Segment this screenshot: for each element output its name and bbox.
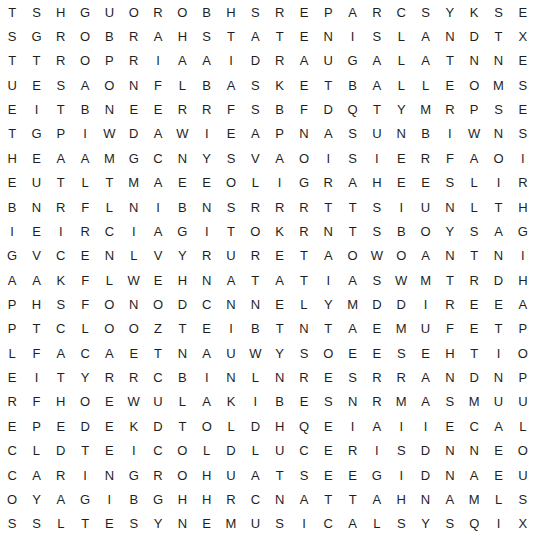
letter-cell-r16c2[interactable]: I (24, 365, 48, 389)
letter-cell-r4c6[interactable]: N (122, 73, 146, 97)
letter-cell-r13c22[interactable]: A (511, 292, 535, 316)
letter-cell-r20c9[interactable]: H (195, 463, 219, 487)
letter-cell-r22c14[interactable]: C (316, 512, 340, 536)
letter-cell-r6c15[interactable]: S (340, 122, 364, 146)
letter-cell-r21c13[interactable]: A (292, 487, 316, 511)
letter-cell-r10c15[interactable]: T (340, 219, 364, 243)
letter-cell-r5c6[interactable]: E (122, 97, 146, 121)
letter-cell-r11c8[interactable]: Y (170, 244, 194, 268)
letter-cell-r12c4[interactable]: F (73, 268, 97, 292)
letter-cell-r22c21[interactable]: I (486, 512, 510, 536)
letter-cell-r19c13[interactable]: C (292, 439, 316, 463)
letter-cell-r18c16[interactable]: A (365, 414, 389, 438)
letter-cell-r14c8[interactable]: T (170, 317, 194, 341)
letter-cell-r21c22[interactable]: S (511, 487, 535, 511)
letter-cell-r10c16[interactable]: S (365, 219, 389, 243)
letter-cell-r5c19[interactable]: R (438, 97, 462, 121)
letter-cell-r20c6[interactable]: G (122, 463, 146, 487)
letter-cell-r15c20[interactable]: T (462, 341, 486, 365)
letter-cell-r2c7[interactable]: A (146, 24, 170, 48)
letter-cell-r15c7[interactable]: T (146, 341, 170, 365)
letter-cell-r19c12[interactable]: U (268, 439, 292, 463)
letter-cell-r6c20[interactable]: W (462, 122, 486, 146)
letter-cell-r11c9[interactable]: R (195, 244, 219, 268)
letter-cell-r2c17[interactable]: L (389, 24, 413, 48)
letter-cell-r9c2[interactable]: N (24, 195, 48, 219)
letter-cell-r7c1[interactable]: H (0, 146, 24, 170)
letter-cell-r9c11[interactable]: R (243, 195, 267, 219)
letter-cell-r18c17[interactable]: I (389, 414, 413, 438)
letter-cell-r3c15[interactable]: G (340, 49, 364, 73)
letter-cell-r15c6[interactable]: E (122, 341, 146, 365)
letter-cell-r6c22[interactable]: S (511, 122, 535, 146)
letter-cell-r4c12[interactable]: K (268, 73, 292, 97)
letter-cell-r6c19[interactable]: I (438, 122, 462, 146)
letter-cell-r17c13[interactable]: E (292, 390, 316, 414)
letter-cell-r13c5[interactable]: O (97, 292, 121, 316)
letter-cell-r9c22[interactable]: H (511, 195, 535, 219)
letter-cell-r2c4[interactable]: O (73, 24, 97, 48)
letter-cell-r2c21[interactable]: T (486, 24, 510, 48)
letter-cell-r4c1[interactable]: U (0, 73, 24, 97)
letter-cell-r11c13[interactable]: T (292, 244, 316, 268)
letter-cell-r9c5[interactable]: L (97, 195, 121, 219)
letter-cell-r8c22[interactable]: R (511, 171, 535, 195)
letter-cell-r7c6[interactable]: G (122, 146, 146, 170)
letter-cell-r4c9[interactable]: B (195, 73, 219, 97)
letter-cell-r19c8[interactable]: O (170, 439, 194, 463)
letter-cell-r3c3[interactable]: R (49, 49, 73, 73)
letter-cell-r21c4[interactable]: G (73, 487, 97, 511)
letter-cell-r11c21[interactable]: N (486, 244, 510, 268)
letter-cell-r1c10[interactable]: H (219, 0, 243, 24)
letter-cell-r12c21[interactable]: D (486, 268, 510, 292)
letter-cell-r13c10[interactable]: N (219, 292, 243, 316)
letter-cell-r3c10[interactable]: I (219, 49, 243, 73)
letter-cell-r22c6[interactable]: S (122, 512, 146, 536)
letter-cell-r21c12[interactable]: N (268, 487, 292, 511)
letter-cell-r2c2[interactable]: G (24, 24, 48, 48)
letter-cell-r19c10[interactable]: D (219, 439, 243, 463)
letter-cell-r19c15[interactable]: R (340, 439, 364, 463)
letter-cell-r12c6[interactable]: W (122, 268, 146, 292)
letter-cell-r16c14[interactable]: E (316, 365, 340, 389)
letter-cell-r22c12[interactable]: S (268, 512, 292, 536)
letter-cell-r11c22[interactable]: I (511, 244, 535, 268)
letter-cell-r14c21[interactable]: T (486, 317, 510, 341)
letter-cell-r3c16[interactable]: A (365, 49, 389, 73)
letter-cell-r15c15[interactable]: E (340, 341, 364, 365)
letter-cell-r16c16[interactable]: R (365, 365, 389, 389)
letter-cell-r10c4[interactable]: R (73, 219, 97, 243)
letter-cell-r11c20[interactable]: T (462, 244, 486, 268)
letter-cell-r20c8[interactable]: O (170, 463, 194, 487)
letter-cell-r3c13[interactable]: A (292, 49, 316, 73)
letter-cell-r16c13[interactable]: R (292, 365, 316, 389)
letter-cell-r8c1[interactable]: E (0, 171, 24, 195)
letter-cell-r17c6[interactable]: W (122, 390, 146, 414)
letter-cell-r5c16[interactable]: T (365, 97, 389, 121)
letter-cell-r20c19[interactable]: N (438, 463, 462, 487)
letter-cell-r17c4[interactable]: O (73, 390, 97, 414)
letter-cell-r2c20[interactable]: D (462, 24, 486, 48)
letter-cell-r17c18[interactable]: A (413, 390, 437, 414)
letter-cell-r7c19[interactable]: F (438, 146, 462, 170)
letter-cell-r19c5[interactable]: E (97, 439, 121, 463)
letter-cell-r20c21[interactable]: E (486, 463, 510, 487)
letter-cell-r22c2[interactable]: S (24, 512, 48, 536)
letter-cell-r12c17[interactable]: W (389, 268, 413, 292)
letter-cell-r17c15[interactable]: N (340, 390, 364, 414)
letter-cell-r16c11[interactable]: L (243, 365, 267, 389)
letter-cell-r11c4[interactable]: E (73, 244, 97, 268)
letter-cell-r1c13[interactable]: E (292, 0, 316, 24)
letter-cell-r21c5[interactable]: I (97, 487, 121, 511)
letter-cell-r12c3[interactable]: K (49, 268, 73, 292)
letter-cell-r11c6[interactable]: L (122, 244, 146, 268)
letter-cell-r18c6[interactable]: K (122, 414, 146, 438)
letter-cell-r20c1[interactable]: C (0, 463, 24, 487)
letter-cell-r10c9[interactable]: I (195, 219, 219, 243)
letter-cell-r1c15[interactable]: A (340, 0, 364, 24)
letter-cell-r5c9[interactable]: R (195, 97, 219, 121)
letter-cell-r2c11[interactable]: A (243, 24, 267, 48)
letter-cell-r19c20[interactable]: N (462, 439, 486, 463)
letter-cell-r18c21[interactable]: A (486, 414, 510, 438)
letter-cell-r21c11[interactable]: C (243, 487, 267, 511)
letter-cell-r6c21[interactable]: N (486, 122, 510, 146)
letter-cell-r11c15[interactable]: O (340, 244, 364, 268)
letter-cell-r22c16[interactable]: L (365, 512, 389, 536)
letter-cell-r15c21[interactable]: I (486, 341, 510, 365)
letter-cell-r20c18[interactable]: D (413, 463, 437, 487)
letter-cell-r2c10[interactable]: T (219, 24, 243, 48)
letter-cell-r6c1[interactable]: T (0, 122, 24, 146)
letter-cell-r8c10[interactable]: O (219, 171, 243, 195)
letter-cell-r8c21[interactable]: I (486, 171, 510, 195)
letter-cell-r17c14[interactable]: S (316, 390, 340, 414)
letter-cell-r15c17[interactable]: S (389, 341, 413, 365)
letter-cell-r12c1[interactable]: A (0, 268, 24, 292)
letter-cell-r15c2[interactable]: F (24, 341, 48, 365)
letter-cell-r1c19[interactable]: Y (438, 0, 462, 24)
letter-cell-r7c4[interactable]: A (73, 146, 97, 170)
letter-cell-r18c13[interactable]: Q (292, 414, 316, 438)
letter-cell-r14c14[interactable]: T (316, 317, 340, 341)
letter-cell-r16c17[interactable]: R (389, 365, 413, 389)
letter-cell-r2c1[interactable]: S (0, 24, 24, 48)
letter-cell-r1c17[interactable]: C (389, 0, 413, 24)
letter-cell-r16c9[interactable]: I (195, 365, 219, 389)
letter-cell-r22c1[interactable]: S (0, 512, 24, 536)
letter-cell-r15c1[interactable]: L (0, 341, 24, 365)
letter-cell-r4c19[interactable]: E (438, 73, 462, 97)
letter-cell-r3c5[interactable]: P (97, 49, 121, 73)
letter-cell-r10c2[interactable]: E (24, 219, 48, 243)
letter-cell-r11c16[interactable]: W (365, 244, 389, 268)
letter-cell-r15c5[interactable]: A (97, 341, 121, 365)
letter-cell-r8c19[interactable]: S (438, 171, 462, 195)
letter-cell-r16c3[interactable]: T (49, 365, 73, 389)
letter-cell-r8c3[interactable]: T (49, 171, 73, 195)
letter-cell-r18c1[interactable]: E (0, 414, 24, 438)
letter-cell-r4c4[interactable]: A (73, 73, 97, 97)
letter-cell-r13c8[interactable]: D (170, 292, 194, 316)
letter-cell-r14c17[interactable]: M (389, 317, 413, 341)
letter-cell-r12c16[interactable]: S (365, 268, 389, 292)
letter-cell-r16c10[interactable]: N (219, 365, 243, 389)
letter-cell-r1c2[interactable]: S (24, 0, 48, 24)
letter-cell-r6c7[interactable]: A (146, 122, 170, 146)
letter-cell-r18c2[interactable]: P (24, 414, 48, 438)
letter-cell-r11c14[interactable]: A (316, 244, 340, 268)
letter-cell-r14c5[interactable]: O (97, 317, 121, 341)
letter-cell-r9c15[interactable]: T (340, 195, 364, 219)
letter-cell-r11c3[interactable]: C (49, 244, 73, 268)
letter-cell-r19c7[interactable]: C (146, 439, 170, 463)
letter-cell-r12c11[interactable]: T (243, 268, 267, 292)
letter-cell-r21c17[interactable]: H (389, 487, 413, 511)
letter-cell-r22c20[interactable]: Q (462, 512, 486, 536)
letter-cell-r19c1[interactable]: C (0, 439, 24, 463)
letter-cell-r22c10[interactable]: M (219, 512, 243, 536)
letter-cell-r19c17[interactable]: S (389, 439, 413, 463)
letter-cell-r22c15[interactable]: A (340, 512, 364, 536)
letter-cell-r3c21[interactable]: N (486, 49, 510, 73)
letter-cell-r6c6[interactable]: D (122, 122, 146, 146)
letter-cell-r19c11[interactable]: L (243, 439, 267, 463)
letter-cell-r7c11[interactable]: V (243, 146, 267, 170)
letter-cell-r1c20[interactable]: K (462, 0, 486, 24)
letter-cell-r14c4[interactable]: L (73, 317, 97, 341)
letter-cell-r20c5[interactable]: N (97, 463, 121, 487)
letter-cell-r21c19[interactable]: A (438, 487, 462, 511)
letter-cell-r4c16[interactable]: A (365, 73, 389, 97)
letter-cell-r12c15[interactable]: A (340, 268, 364, 292)
letter-cell-r9c3[interactable]: R (49, 195, 73, 219)
letter-cell-r2c19[interactable]: N (438, 24, 462, 48)
letter-cell-r13c2[interactable]: H (24, 292, 48, 316)
letter-cell-r14c6[interactable]: O (122, 317, 146, 341)
letter-cell-r10c14[interactable]: N (316, 219, 340, 243)
letter-cell-r1c11[interactable]: S (243, 0, 267, 24)
letter-cell-r3c12[interactable]: R (268, 49, 292, 73)
letter-cell-r8c7[interactable]: A (146, 171, 170, 195)
letter-cell-r10c13[interactable]: R (292, 219, 316, 243)
letter-cell-r18c10[interactable]: L (219, 414, 243, 438)
letter-cell-r4c15[interactable]: B (340, 73, 364, 97)
letter-cell-r14c19[interactable]: F (438, 317, 462, 341)
letter-cell-r2c9[interactable]: S (195, 24, 219, 48)
letter-cell-r1c4[interactable]: G (73, 0, 97, 24)
letter-cell-r19c4[interactable]: T (73, 439, 97, 463)
letter-cell-r19c16[interactable]: I (365, 439, 389, 463)
letter-cell-r20c2[interactable]: A (24, 463, 48, 487)
letter-cell-r1c9[interactable]: B (195, 0, 219, 24)
letter-cell-r10c17[interactable]: B (389, 219, 413, 243)
letter-cell-r2c16[interactable]: S (365, 24, 389, 48)
letter-cell-r21c6[interactable]: B (122, 487, 146, 511)
letter-cell-r4c8[interactable]: L (170, 73, 194, 97)
letter-cell-r14c3[interactable]: C (49, 317, 73, 341)
letter-cell-r13c13[interactable]: L (292, 292, 316, 316)
letter-cell-r1c12[interactable]: R (268, 0, 292, 24)
letter-cell-r1c1[interactable]: T (0, 0, 24, 24)
letter-cell-r5c18[interactable]: M (413, 97, 437, 121)
letter-cell-r18c18[interactable]: I (413, 414, 437, 438)
letter-cell-r9c10[interactable]: S (219, 195, 243, 219)
letter-cell-r17c10[interactable]: K (219, 390, 243, 414)
letter-cell-r17c19[interactable]: S (438, 390, 462, 414)
letter-cell-r21c10[interactable]: R (219, 487, 243, 511)
letter-cell-r18c11[interactable]: D (243, 414, 267, 438)
letter-cell-r16c8[interactable]: B (170, 365, 194, 389)
letter-cell-r10c6[interactable]: I (122, 219, 146, 243)
letter-cell-r16c21[interactable]: N (486, 365, 510, 389)
letter-cell-r19c14[interactable]: E (316, 439, 340, 463)
letter-cell-r3c8[interactable]: A (170, 49, 194, 73)
letter-cell-r17c8[interactable]: L (170, 390, 194, 414)
letter-cell-r20c3[interactable]: R (49, 463, 73, 487)
letter-cell-r7c22[interactable]: I (511, 146, 535, 170)
letter-cell-r14c12[interactable]: T (268, 317, 292, 341)
letter-cell-r14c20[interactable]: E (462, 317, 486, 341)
letter-cell-r3c4[interactable]: O (73, 49, 97, 73)
letter-cell-r18c22[interactable]: L (511, 414, 535, 438)
letter-cell-r2c13[interactable]: E (292, 24, 316, 48)
letter-cell-r13c4[interactable]: F (73, 292, 97, 316)
letter-cell-r11c19[interactable]: N (438, 244, 462, 268)
letter-cell-r5c12[interactable]: B (268, 97, 292, 121)
letter-cell-r6c5[interactable]: W (97, 122, 121, 146)
letter-cell-r20c12[interactable]: T (268, 463, 292, 487)
letter-cell-r6c8[interactable]: W (170, 122, 194, 146)
letter-cell-r9c18[interactable]: U (413, 195, 437, 219)
letter-cell-r16c22[interactable]: P (511, 365, 535, 389)
letter-cell-r16c15[interactable]: S (340, 365, 364, 389)
letter-cell-r22c9[interactable]: E (195, 512, 219, 536)
letter-cell-r6c18[interactable]: B (413, 122, 437, 146)
letter-cell-r5c17[interactable]: Y (389, 97, 413, 121)
letter-cell-r3c9[interactable]: A (195, 49, 219, 73)
letter-cell-r20c11[interactable]: A (243, 463, 267, 487)
letter-cell-r4c3[interactable]: S (49, 73, 73, 97)
letter-cell-r10c10[interactable]: T (219, 219, 243, 243)
letter-cell-r15c3[interactable]: A (49, 341, 73, 365)
letter-cell-r7c20[interactable]: A (462, 146, 486, 170)
letter-cell-r9c12[interactable]: R (268, 195, 292, 219)
letter-cell-r10c21[interactable]: A (486, 219, 510, 243)
letter-cell-r9c13[interactable]: R (292, 195, 316, 219)
letter-cell-r2c12[interactable]: T (268, 24, 292, 48)
letter-cell-r5c13[interactable]: F (292, 97, 316, 121)
letter-cell-r21c1[interactable]: O (0, 487, 24, 511)
letter-cell-r15c8[interactable]: N (170, 341, 194, 365)
letter-cell-r17c21[interactable]: U (486, 390, 510, 414)
letter-cell-r5c5[interactable]: N (97, 97, 121, 121)
letter-cell-r15c14[interactable]: O (316, 341, 340, 365)
letter-cell-r19c22[interactable]: O (511, 439, 535, 463)
letter-cell-r17c3[interactable]: H (49, 390, 73, 414)
letter-cell-r7c9[interactable]: Y (195, 146, 219, 170)
letter-cell-r8c6[interactable]: M (122, 171, 146, 195)
letter-cell-r5c14[interactable]: D (316, 97, 340, 121)
letter-cell-r19c3[interactable]: D (49, 439, 73, 463)
letter-cell-r12c22[interactable]: H (511, 268, 535, 292)
letter-cell-r8c4[interactable]: L (73, 171, 97, 195)
letter-cell-r1c6[interactable]: O (122, 0, 146, 24)
letter-cell-r5c3[interactable]: T (49, 97, 73, 121)
letter-cell-r13c9[interactable]: C (195, 292, 219, 316)
letter-cell-r12c7[interactable]: E (146, 268, 170, 292)
letter-cell-r7c8[interactable]: N (170, 146, 194, 170)
letter-cell-r5c7[interactable]: E (146, 97, 170, 121)
letter-cell-r20c13[interactable]: S (292, 463, 316, 487)
letter-cell-r17c20[interactable]: M (462, 390, 486, 414)
letter-cell-r8c13[interactable]: G (292, 171, 316, 195)
letter-cell-r15c18[interactable]: E (413, 341, 437, 365)
letter-cell-r2c8[interactable]: H (170, 24, 194, 48)
letter-cell-r8c9[interactable]: E (195, 171, 219, 195)
letter-cell-r12c13[interactable]: T (292, 268, 316, 292)
letter-cell-r20c20[interactable]: A (462, 463, 486, 487)
letter-cell-r2c5[interactable]: B (97, 24, 121, 48)
letter-cell-r9c9[interactable]: N (195, 195, 219, 219)
letter-cell-r7c16[interactable]: I (365, 146, 389, 170)
letter-cell-r3c19[interactable]: T (438, 49, 462, 73)
letter-cell-r9c4[interactable]: F (73, 195, 97, 219)
letter-cell-r4c20[interactable]: O (462, 73, 486, 97)
letter-cell-r20c22[interactable]: U (511, 463, 535, 487)
letter-cell-r8c8[interactable]: E (170, 171, 194, 195)
letter-cell-r1c14[interactable]: P (316, 0, 340, 24)
letter-cell-r4c7[interactable]: F (146, 73, 170, 97)
letter-cell-r21c16[interactable]: A (365, 487, 389, 511)
letter-cell-r2c15[interactable]: I (340, 24, 364, 48)
letter-cell-r4c10[interactable]: A (219, 73, 243, 97)
letter-cell-r22c8[interactable]: N (170, 512, 194, 536)
letter-cell-r13c3[interactable]: S (49, 292, 73, 316)
letter-cell-r22c13[interactable]: I (292, 512, 316, 536)
letter-cell-r22c5[interactable]: E (97, 512, 121, 536)
letter-cell-r21c14[interactable]: T (316, 487, 340, 511)
letter-cell-r6c10[interactable]: E (219, 122, 243, 146)
letter-cell-r10c12[interactable]: K (268, 219, 292, 243)
letter-cell-r16c6[interactable]: R (122, 365, 146, 389)
letter-cell-r1c21[interactable]: S (486, 0, 510, 24)
letter-cell-r22c17[interactable]: S (389, 512, 413, 536)
letter-cell-r14c9[interactable]: E (195, 317, 219, 341)
letter-cell-r6c9[interactable]: I (195, 122, 219, 146)
letter-cell-r7c13[interactable]: O (292, 146, 316, 170)
letter-cell-r11c11[interactable]: R (243, 244, 267, 268)
letter-cell-r7c18[interactable]: R (413, 146, 437, 170)
letter-cell-r13c20[interactable]: E (462, 292, 486, 316)
letter-cell-r17c1[interactable]: R (0, 390, 24, 414)
letter-cell-r8c18[interactable]: E (413, 171, 437, 195)
letter-cell-r9c20[interactable]: L (462, 195, 486, 219)
letter-cell-r13c16[interactable]: D (365, 292, 389, 316)
letter-cell-r17c11[interactable]: I (243, 390, 267, 414)
letter-cell-r10c8[interactable]: G (170, 219, 194, 243)
letter-cell-r1c3[interactable]: H (49, 0, 73, 24)
letter-cell-r6c16[interactable]: U (365, 122, 389, 146)
letter-cell-r17c17[interactable]: M (389, 390, 413, 414)
letter-cell-r2c22[interactable]: X (511, 24, 535, 48)
letter-cell-r17c12[interactable]: B (268, 390, 292, 414)
letter-cell-r7c21[interactable]: O (486, 146, 510, 170)
letter-cell-r6c4[interactable]: I (73, 122, 97, 146)
